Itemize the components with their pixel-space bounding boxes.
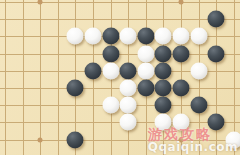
stone-black[interactable]: [208, 45, 225, 62]
stone-white[interactable]: [225, 131, 240, 148]
stone-black[interactable]: [137, 80, 154, 97]
star-point: [38, 0, 43, 5]
stone-white[interactable]: [120, 114, 137, 131]
grid-line-vertical: [5, 0, 6, 155]
stone-black[interactable]: [155, 97, 172, 114]
watermark-site-url: Qqaiqin.com: [148, 141, 238, 154]
stone-white[interactable]: [120, 97, 137, 114]
stone-white[interactable]: [155, 114, 172, 131]
stone-white[interactable]: [155, 28, 172, 45]
stone-white[interactable]: [120, 28, 137, 45]
grid-line-horizontal: [0, 140, 240, 141]
stone-black[interactable]: [120, 62, 137, 79]
stone-white[interactable]: [137, 45, 154, 62]
stone-black[interactable]: [155, 62, 172, 79]
stone-white[interactable]: [190, 62, 207, 79]
stone-white[interactable]: [190, 28, 207, 45]
stone-white[interactable]: [137, 62, 154, 79]
gomoku-board[interactable]: 游戏攻略 Qqaiqin.com: [0, 0, 240, 155]
stone-black[interactable]: [155, 80, 172, 97]
stone-black[interactable]: [67, 80, 84, 97]
stone-white[interactable]: [102, 62, 119, 79]
grid-line-horizontal: [0, 19, 240, 20]
stone-white[interactable]: [120, 80, 137, 97]
stone-black[interactable]: [173, 45, 190, 62]
stone-black[interactable]: [190, 97, 207, 114]
grid-line-vertical: [23, 0, 24, 155]
stone-white[interactable]: [173, 28, 190, 45]
grid-line-horizontal: [0, 54, 240, 55]
stone-black[interactable]: [102, 28, 119, 45]
stone-white[interactable]: [85, 28, 102, 45]
stone-black[interactable]: [208, 114, 225, 131]
stone-white[interactable]: [173, 114, 190, 131]
stone-white[interactable]: [67, 28, 84, 45]
star-point: [179, 137, 184, 142]
stone-black[interactable]: [67, 131, 84, 148]
stone-white[interactable]: [102, 97, 119, 114]
grid-line-vertical: [181, 0, 182, 155]
stone-black[interactable]: [155, 45, 172, 62]
stone-black[interactable]: [85, 62, 102, 79]
stone-black[interactable]: [137, 28, 154, 45]
grid-line-vertical: [58, 0, 59, 155]
star-point: [179, 0, 184, 5]
grid-line-vertical: [40, 0, 41, 155]
star-point: [38, 137, 43, 142]
stone-black[interactable]: [208, 11, 225, 28]
stone-black[interactable]: [173, 80, 190, 97]
stone-black[interactable]: [102, 45, 119, 62]
grid-line-horizontal: [0, 2, 240, 3]
